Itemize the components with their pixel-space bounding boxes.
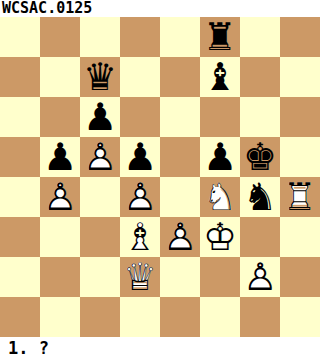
square-c6[interactable]: ♟ (80, 97, 120, 137)
square-h3[interactable] (280, 217, 320, 257)
square-h1[interactable] (280, 297, 320, 337)
square-b3[interactable] (40, 217, 80, 257)
square-d4[interactable]: ♟♙ (120, 177, 160, 217)
square-f7[interactable]: ♝ (200, 57, 240, 97)
square-d5[interactable]: ♟ (120, 137, 160, 177)
black-queen[interactable]: ♛ (80, 57, 120, 97)
square-c7[interactable]: ♛ (80, 57, 120, 97)
piece-glyph-fill: ♝ (200, 57, 240, 97)
square-h8[interactable] (280, 17, 320, 57)
square-e8[interactable] (160, 17, 200, 57)
square-c4[interactable] (80, 177, 120, 217)
square-a4[interactable] (0, 177, 40, 217)
white-pawn[interactable]: ♟♙ (40, 177, 80, 217)
piece-glyph-outline: ♙ (120, 177, 160, 217)
piece-glyph-outline: ♕ (120, 257, 160, 297)
move-prompt: 1. ? (0, 337, 320, 360)
square-g1[interactable] (240, 297, 280, 337)
white-pawn[interactable]: ♟♙ (240, 257, 280, 297)
square-e6[interactable] (160, 97, 200, 137)
square-d7[interactable] (120, 57, 160, 97)
white-pawn[interactable]: ♟♙ (160, 217, 200, 257)
square-b7[interactable] (40, 57, 80, 97)
square-a5[interactable] (0, 137, 40, 177)
piece-glyph-fill: ♚ (240, 137, 280, 177)
square-d3[interactable]: ♝♗ (120, 217, 160, 257)
square-c3[interactable] (80, 217, 120, 257)
square-b4[interactable]: ♟♙ (40, 177, 80, 217)
square-c2[interactable] (80, 257, 120, 297)
square-a3[interactable] (0, 217, 40, 257)
square-f4[interactable]: ♞♘ (200, 177, 240, 217)
square-f5[interactable]: ♟ (200, 137, 240, 177)
piece-glyph-fill: ♛ (80, 57, 120, 97)
piece-glyph-fill: ♟ (40, 137, 80, 177)
square-b2[interactable] (40, 257, 80, 297)
square-b6[interactable] (40, 97, 80, 137)
square-e7[interactable] (160, 57, 200, 97)
piece-glyph-fill: ♜ (200, 17, 240, 57)
square-h6[interactable] (280, 97, 320, 137)
white-knight[interactable]: ♞♘ (200, 177, 240, 217)
square-g3[interactable] (240, 217, 280, 257)
square-f3[interactable]: ♚♔ (200, 217, 240, 257)
square-g4[interactable]: ♞ (240, 177, 280, 217)
chess-diagram-window: WCSAC.0125 ♜♛♝♟♟♟♙♟♟♚♟♙♟♙♞♘♞♜♖♝♗♟♙♚♔♛♕♟♙… (0, 0, 320, 360)
square-g2[interactable]: ♟♙ (240, 257, 280, 297)
piece-glyph-outline: ♙ (240, 257, 280, 297)
square-a1[interactable] (0, 297, 40, 337)
square-b8[interactable] (40, 17, 80, 57)
square-c5[interactable]: ♟♙ (80, 137, 120, 177)
black-pawn[interactable]: ♟ (40, 137, 80, 177)
black-pawn[interactable]: ♟ (120, 137, 160, 177)
square-e4[interactable] (160, 177, 200, 217)
square-f2[interactable] (200, 257, 240, 297)
square-e3[interactable]: ♟♙ (160, 217, 200, 257)
piece-glyph-fill: ♞ (240, 177, 280, 217)
square-b1[interactable] (40, 297, 80, 337)
square-h5[interactable] (280, 137, 320, 177)
piece-glyph-outline: ♙ (80, 137, 120, 177)
piece-glyph-fill: ♟ (200, 137, 240, 177)
square-e2[interactable] (160, 257, 200, 297)
square-h2[interactable] (280, 257, 320, 297)
square-f6[interactable] (200, 97, 240, 137)
square-d1[interactable] (120, 297, 160, 337)
puzzle-title: WCSAC.0125 (0, 0, 320, 17)
white-bishop[interactable]: ♝♗ (120, 217, 160, 257)
piece-glyph-outline: ♖ (280, 177, 320, 217)
black-pawn[interactable]: ♟ (200, 137, 240, 177)
square-e1[interactable] (160, 297, 200, 337)
square-g8[interactable] (240, 17, 280, 57)
square-a6[interactable] (0, 97, 40, 137)
square-a2[interactable] (0, 257, 40, 297)
square-f1[interactable] (200, 297, 240, 337)
square-b5[interactable]: ♟ (40, 137, 80, 177)
square-a7[interactable] (0, 57, 40, 97)
chess-board[interactable]: ♜♛♝♟♟♟♙♟♟♚♟♙♟♙♞♘♞♜♖♝♗♟♙♚♔♛♕♟♙ (0, 17, 320, 337)
white-pawn[interactable]: ♟♙ (120, 177, 160, 217)
piece-glyph-outline: ♙ (160, 217, 200, 257)
piece-glyph-fill: ♟ (120, 137, 160, 177)
white-queen[interactable]: ♛♕ (120, 257, 160, 297)
black-king[interactable]: ♚ (240, 137, 280, 177)
square-g7[interactable] (240, 57, 280, 97)
square-c1[interactable] (80, 297, 120, 337)
piece-glyph-outline: ♙ (40, 177, 80, 217)
piece-glyph-outline: ♘ (200, 177, 240, 217)
white-rook[interactable]: ♜♖ (280, 177, 320, 217)
square-a8[interactable] (0, 17, 40, 57)
square-d2[interactable]: ♛♕ (120, 257, 160, 297)
square-c8[interactable] (80, 17, 120, 57)
black-pawn[interactable]: ♟ (80, 97, 120, 137)
square-h7[interactable] (280, 57, 320, 97)
piece-glyph-outline: ♔ (200, 217, 240, 257)
square-e5[interactable] (160, 137, 200, 177)
square-f8[interactable]: ♜ (200, 17, 240, 57)
black-knight[interactable]: ♞ (240, 177, 280, 217)
piece-glyph-fill: ♟ (80, 97, 120, 137)
white-king[interactable]: ♚♔ (200, 217, 240, 257)
square-h4[interactable]: ♜♖ (280, 177, 320, 217)
square-d6[interactable] (120, 97, 160, 137)
black-bishop[interactable]: ♝ (200, 57, 240, 97)
square-d8[interactable] (120, 17, 160, 57)
white-pawn[interactable]: ♟♙ (80, 137, 120, 177)
black-rook[interactable]: ♜ (200, 17, 240, 57)
square-g5[interactable]: ♚ (240, 137, 280, 177)
piece-glyph-outline: ♗ (120, 217, 160, 257)
square-g6[interactable] (240, 97, 280, 137)
